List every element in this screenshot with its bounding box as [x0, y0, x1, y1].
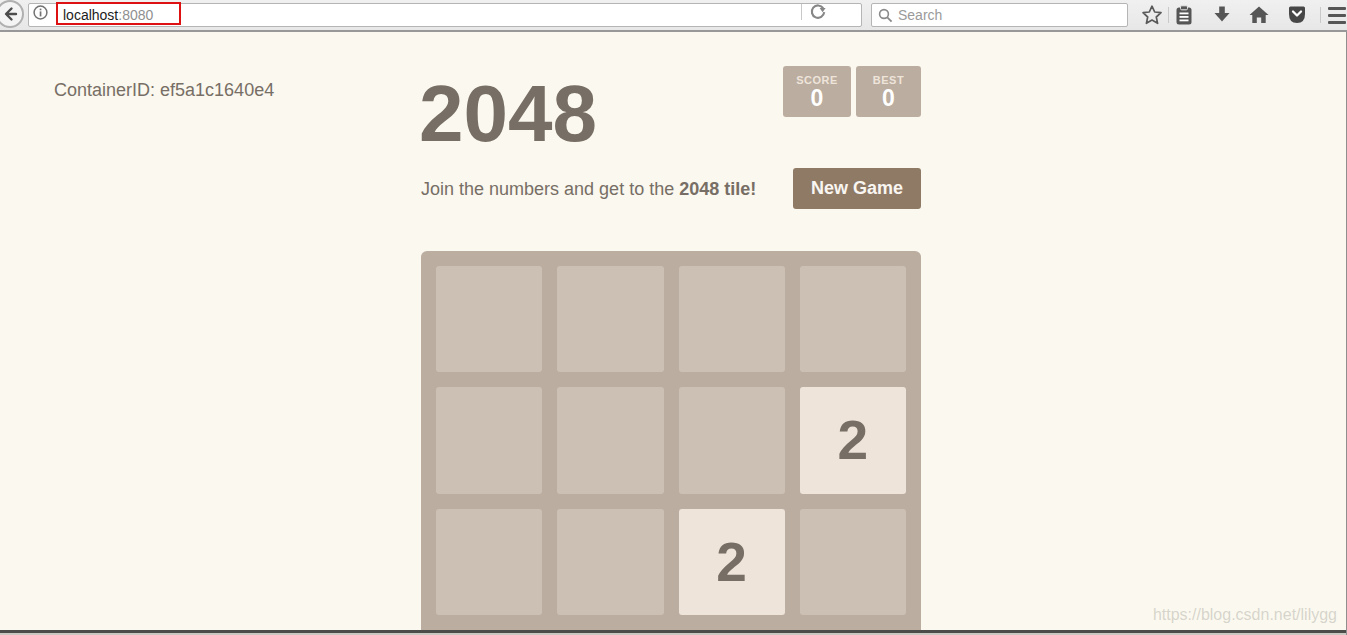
url-port: :8080	[118, 7, 153, 23]
subtitle: Join the numbers and get to the 2048 til…	[421, 179, 756, 200]
menu-button[interactable]	[1328, 7, 1346, 24]
menu-bar	[1328, 14, 1346, 17]
game-board: 22	[421, 251, 921, 635]
pocket-icon[interactable]	[1286, 4, 1308, 26]
watermark: https://blog.csdn.net/lilygg	[1153, 606, 1337, 624]
empty-cell	[436, 387, 542, 493]
download-icon[interactable]	[1211, 4, 1233, 26]
back-button[interactable]	[0, 0, 24, 28]
empty-cell	[557, 266, 663, 372]
search-bar	[871, 3, 1128, 27]
menu-bar	[1328, 21, 1346, 24]
menu-bar	[1328, 7, 1346, 10]
empty-cell	[557, 509, 663, 615]
separator	[1320, 7, 1321, 23]
empty-cell	[800, 509, 906, 615]
bookmarks-clipboard-icon[interactable]	[1173, 4, 1195, 26]
url-text: localhost:8080	[63, 4, 153, 27]
best-box: BEST 0	[856, 66, 921, 117]
empty-cell	[679, 266, 785, 372]
browser-toolbar: localhost:8080	[0, 0, 1347, 32]
new-game-button[interactable]: New Game	[793, 168, 921, 209]
tile-2: 2	[679, 509, 785, 615]
search-icon	[878, 8, 893, 23]
home-icon[interactable]	[1248, 4, 1270, 26]
back-arrow-icon	[2, 6, 18, 22]
subtitle-bold: 2048 tile!	[679, 179, 756, 199]
separator	[1168, 7, 1169, 23]
tile-2: 2	[800, 387, 906, 493]
page-content: ContainerID: ef5a1c1640e4 2048 SCORE 0 B…	[0, 32, 1347, 635]
best-value: 0	[882, 86, 895, 111]
container-id-text: ContainerID: ef5a1c1640e4	[54, 80, 274, 101]
empty-cell	[557, 387, 663, 493]
search-input[interactable]	[898, 4, 1118, 26]
separator	[801, 4, 802, 20]
url-host: localhost	[63, 7, 118, 23]
subtitle-normal: Join the numbers and get to the	[421, 179, 679, 199]
bookmark-star-icon[interactable]	[1141, 4, 1163, 26]
reload-button[interactable]	[809, 3, 827, 21]
score-box: SCORE 0	[783, 66, 851, 117]
page-title: 2048	[419, 72, 597, 156]
empty-cell	[436, 266, 542, 372]
info-icon[interactable]	[33, 5, 48, 20]
score-value: 0	[811, 86, 824, 111]
empty-cell	[800, 266, 906, 372]
url-bar[interactable]: localhost:8080	[28, 3, 862, 27]
empty-cell	[436, 509, 542, 615]
empty-cell	[679, 387, 785, 493]
